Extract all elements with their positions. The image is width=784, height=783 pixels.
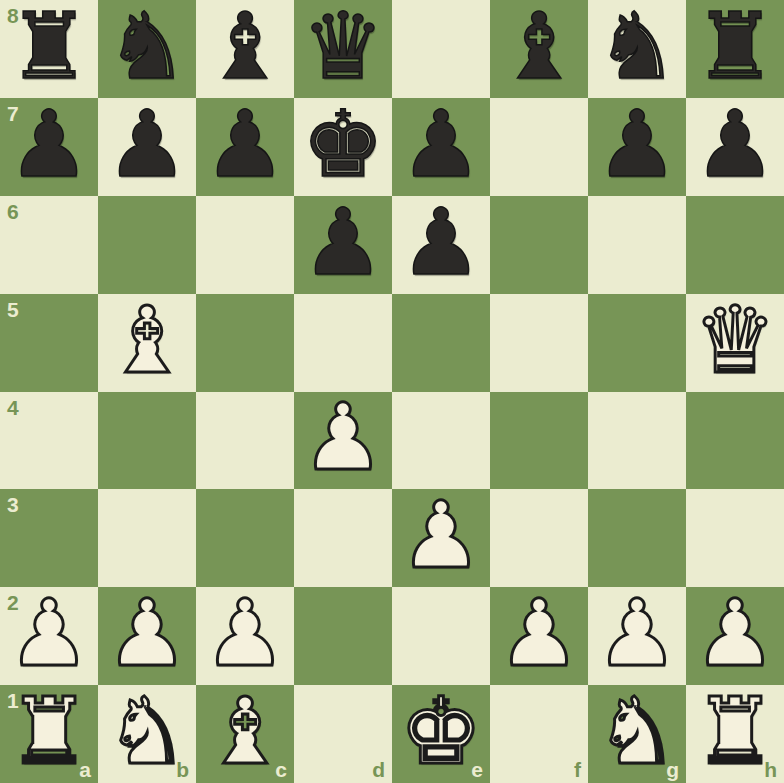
square-f1[interactable]: f [490, 685, 588, 783]
piece-black-bishop[interactable]: ♝ [196, 0, 294, 96]
square-c8[interactable]: ♝ [196, 0, 294, 98]
piece-white-pawn[interactable]: ♟ [392, 487, 490, 585]
piece-black-king[interactable]: ♚ [294, 96, 392, 194]
square-g1[interactable]: g♞ [588, 685, 686, 783]
square-b1[interactable]: b♞ [98, 685, 196, 783]
piece-black-bishop[interactable]: ♝ [490, 0, 588, 96]
piece-white-pawn[interactable]: ♟ [686, 585, 784, 683]
square-g6[interactable] [588, 196, 686, 294]
square-h8[interactable]: ♜ [686, 0, 784, 98]
square-a8[interactable]: 8♜ [0, 0, 98, 98]
piece-black-pawn[interactable]: ♟ [294, 194, 392, 292]
file-label-f: f [574, 759, 581, 780]
square-h3[interactable] [686, 489, 784, 587]
piece-black-rook[interactable]: ♜ [686, 0, 784, 96]
square-f7[interactable] [490, 98, 588, 196]
square-f2[interactable]: ♟ [490, 587, 588, 685]
chess-board: 8♜♞♝♛♝♞♜7♟♟♟♚♟♟♟6♟♟5♝♛4♟3♟2♟♟♟♟♟♟1a♜b♞c♝… [0, 0, 784, 783]
square-h2[interactable]: ♟ [686, 587, 784, 685]
square-e4[interactable] [392, 392, 490, 490]
piece-black-knight[interactable]: ♞ [588, 0, 686, 96]
square-c5[interactable] [196, 294, 294, 392]
piece-white-pawn[interactable]: ♟ [196, 585, 294, 683]
square-b3[interactable] [98, 489, 196, 587]
square-b8[interactable]: ♞ [98, 0, 196, 98]
piece-black-pawn[interactable]: ♟ [686, 96, 784, 194]
piece-black-pawn[interactable]: ♟ [196, 96, 294, 194]
square-f8[interactable]: ♝ [490, 0, 588, 98]
piece-white-king[interactable]: ♚ [392, 683, 490, 781]
square-e1[interactable]: e♚ [392, 685, 490, 783]
square-c3[interactable] [196, 489, 294, 587]
square-b2[interactable]: ♟ [98, 587, 196, 685]
piece-black-pawn[interactable]: ♟ [0, 96, 98, 194]
square-a3[interactable]: 3 [0, 489, 98, 587]
square-c4[interactable] [196, 392, 294, 490]
square-h7[interactable]: ♟ [686, 98, 784, 196]
piece-black-queen[interactable]: ♛ [294, 0, 392, 96]
square-a7[interactable]: 7♟ [0, 98, 98, 196]
square-g5[interactable] [588, 294, 686, 392]
rank-label-6: 6 [7, 201, 19, 222]
square-f6[interactable] [490, 196, 588, 294]
piece-white-pawn[interactable]: ♟ [294, 390, 392, 488]
square-a5[interactable]: 5 [0, 294, 98, 392]
rank-label-4: 4 [7, 397, 19, 418]
square-b7[interactable]: ♟ [98, 98, 196, 196]
square-e2[interactable] [392, 587, 490, 685]
piece-white-bishop[interactable]: ♝ [196, 683, 294, 781]
piece-white-queen[interactable]: ♛ [686, 292, 784, 390]
square-f5[interactable] [490, 294, 588, 392]
piece-black-pawn[interactable]: ♟ [392, 194, 490, 292]
rank-label-5: 5 [7, 299, 19, 320]
square-f3[interactable] [490, 489, 588, 587]
square-c2[interactable]: ♟ [196, 587, 294, 685]
square-b5[interactable]: ♝ [98, 294, 196, 392]
square-d1[interactable]: d [294, 685, 392, 783]
square-c7[interactable]: ♟ [196, 98, 294, 196]
square-d7[interactable]: ♚ [294, 98, 392, 196]
square-d5[interactable] [294, 294, 392, 392]
square-g8[interactable]: ♞ [588, 0, 686, 98]
piece-white-rook[interactable]: ♜ [686, 683, 784, 781]
square-h5[interactable]: ♛ [686, 294, 784, 392]
square-e5[interactable] [392, 294, 490, 392]
square-a2[interactable]: 2♟ [0, 587, 98, 685]
piece-white-pawn[interactable]: ♟ [490, 585, 588, 683]
square-d3[interactable] [294, 489, 392, 587]
square-e3[interactable]: ♟ [392, 489, 490, 587]
square-d8[interactable]: ♛ [294, 0, 392, 98]
square-b4[interactable] [98, 392, 196, 490]
piece-white-pawn[interactable]: ♟ [0, 585, 98, 683]
square-c1[interactable]: c♝ [196, 685, 294, 783]
square-h4[interactable] [686, 392, 784, 490]
square-e6[interactable]: ♟ [392, 196, 490, 294]
square-g4[interactable] [588, 392, 686, 490]
square-h6[interactable] [686, 196, 784, 294]
square-e7[interactable]: ♟ [392, 98, 490, 196]
square-d2[interactable] [294, 587, 392, 685]
piece-white-rook[interactable]: ♜ [0, 683, 98, 781]
square-e8[interactable] [392, 0, 490, 98]
piece-white-knight[interactable]: ♞ [588, 683, 686, 781]
square-d6[interactable]: ♟ [294, 196, 392, 294]
piece-black-rook[interactable]: ♜ [0, 0, 98, 96]
rank-label-3: 3 [7, 494, 19, 515]
square-g7[interactable]: ♟ [588, 98, 686, 196]
piece-black-pawn[interactable]: ♟ [98, 96, 196, 194]
square-d4[interactable]: ♟ [294, 392, 392, 490]
square-g3[interactable] [588, 489, 686, 587]
piece-black-pawn[interactable]: ♟ [588, 96, 686, 194]
square-a6[interactable]: 6 [0, 196, 98, 294]
square-c6[interactable] [196, 196, 294, 294]
square-f4[interactable] [490, 392, 588, 490]
piece-white-bishop[interactable]: ♝ [98, 292, 196, 390]
square-g2[interactable]: ♟ [588, 587, 686, 685]
square-b6[interactable] [98, 196, 196, 294]
piece-white-pawn[interactable]: ♟ [98, 585, 196, 683]
piece-white-pawn[interactable]: ♟ [588, 585, 686, 683]
piece-black-knight[interactable]: ♞ [98, 0, 196, 96]
piece-white-knight[interactable]: ♞ [98, 683, 196, 781]
file-label-d: d [372, 759, 385, 780]
piece-black-pawn[interactable]: ♟ [392, 96, 490, 194]
square-a1[interactable]: 1a♜ [0, 685, 98, 783]
square-h1[interactable]: h♜ [686, 685, 784, 783]
square-a4[interactable]: 4 [0, 392, 98, 490]
